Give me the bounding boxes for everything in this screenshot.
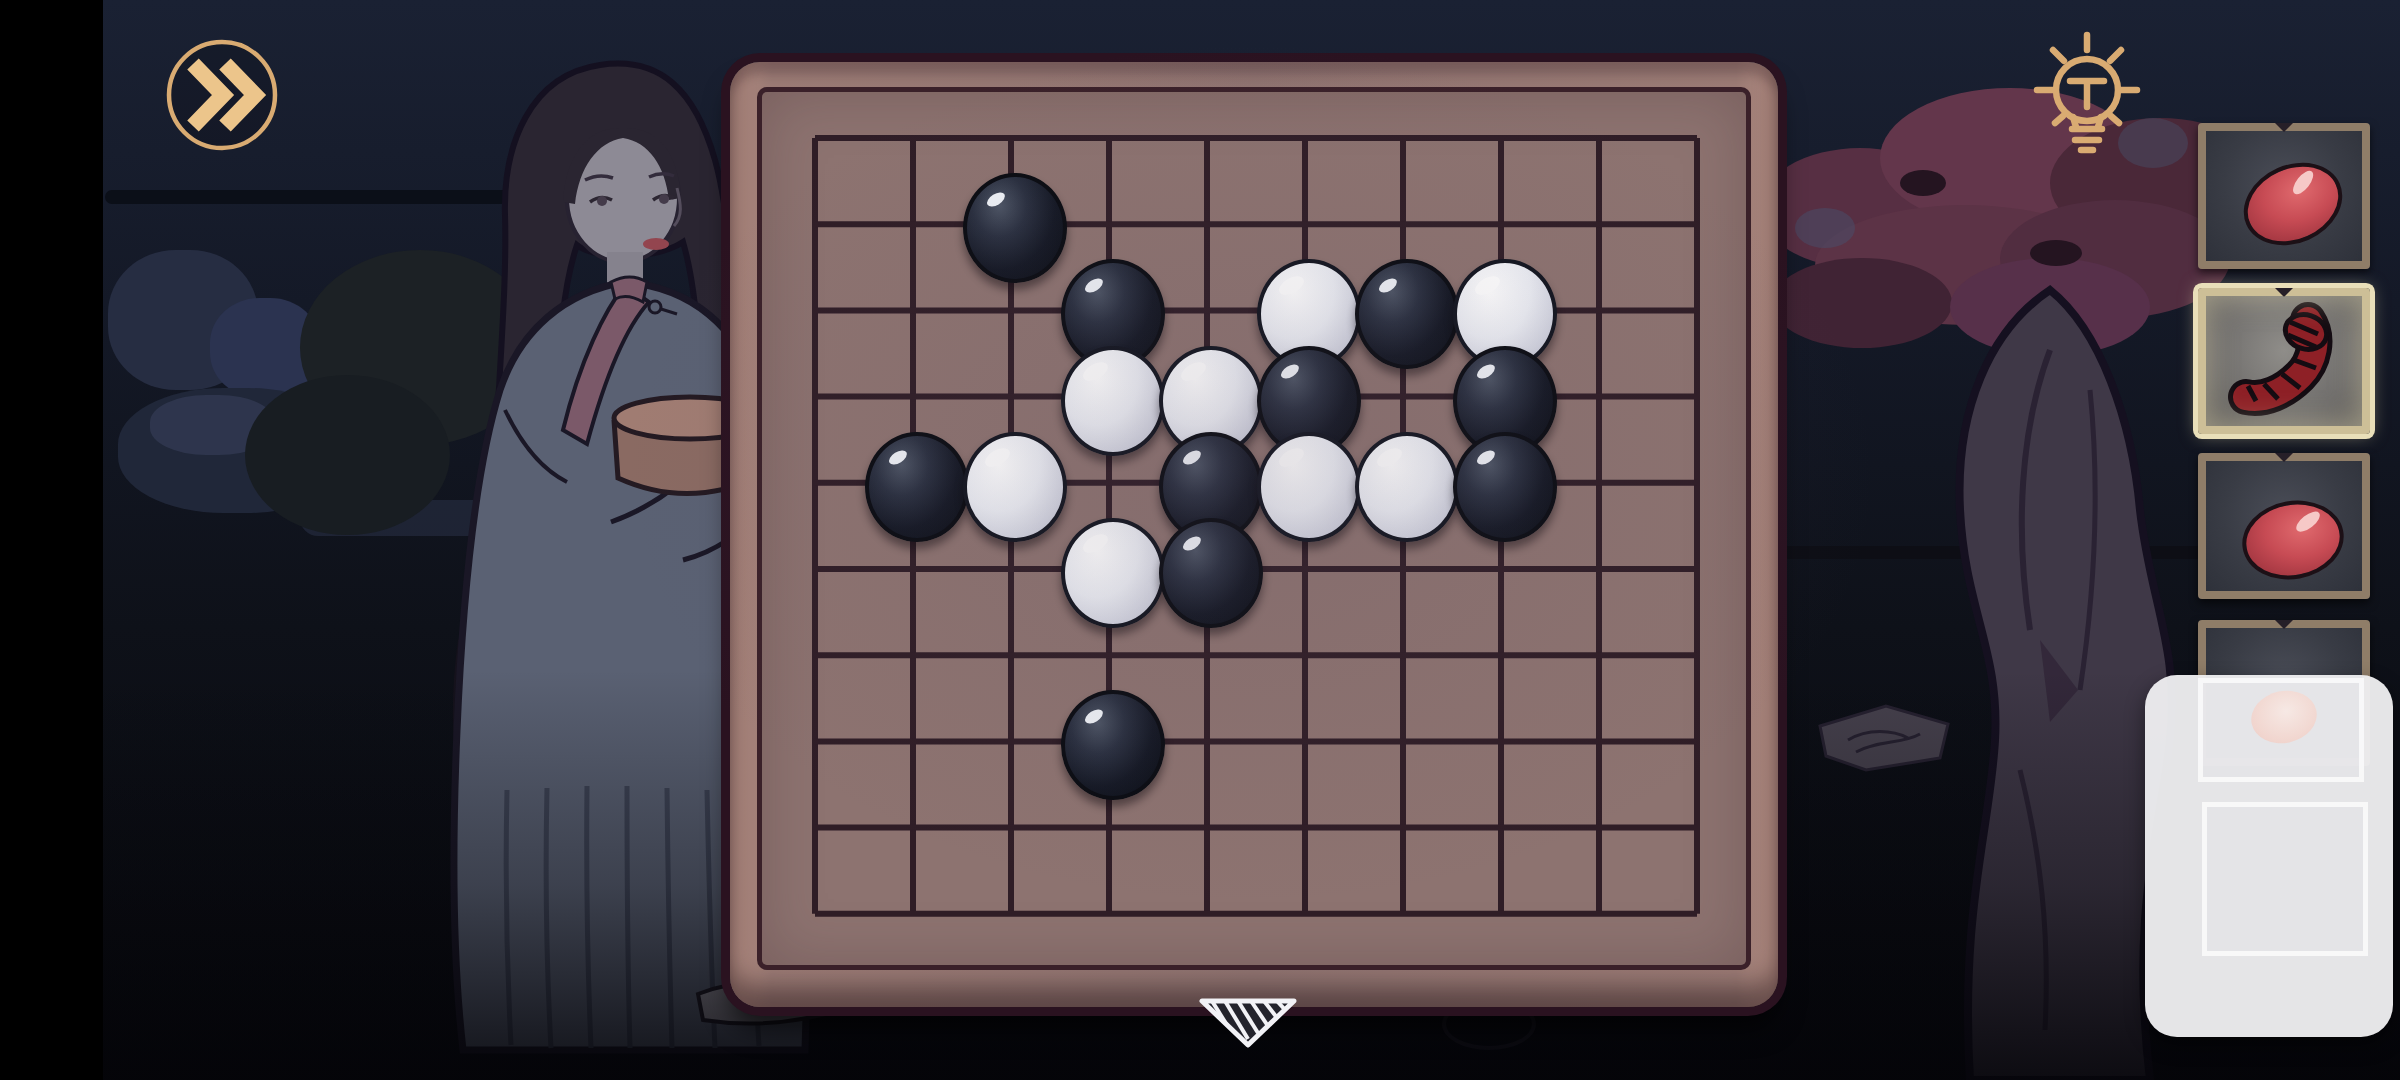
panel-slot-1[interactable] [2198,678,2364,782]
blossom-dark-spot [1900,170,1946,196]
left-letterbox-bar [0,0,103,1080]
black-stone [865,432,969,542]
black-stone [1159,518,1263,628]
black-stone [1355,259,1459,369]
black-stone [963,173,1067,283]
crumpled-paper [1808,700,1958,778]
eye-iris [659,194,669,204]
lips [643,238,669,250]
white-stone [1061,518,1165,628]
inventory-slot-3-red-egg[interactable] [2198,453,2370,599]
red-egg-item [2231,148,2356,261]
skip-button[interactable] [163,36,283,156]
eye-iris [597,196,607,206]
white-stone [1355,432,1459,542]
white-stone [1061,346,1165,456]
red-egg-item [2236,493,2350,588]
blossom-dark-spot [2030,240,2082,266]
hint-button[interactable] [2022,28,2152,168]
black-stone [1061,690,1165,800]
inventory-overlay-panel [2145,675,2393,1037]
inventory-slot-2-red-knotted-rope[interactable] [2198,288,2370,434]
black-stone [1453,432,1557,542]
blossom-gap [1795,208,1855,248]
white-stone [1257,432,1361,542]
board-handle-triangle[interactable] [1198,995,1298,1051]
panel-slot-2[interactable] [2202,802,2368,956]
game-screen [0,0,2400,1080]
pale-pink-egg-item [2246,685,2321,750]
red-knotted-rope-item [2220,302,2348,430]
white-stone [963,432,1067,542]
collar-stand [611,277,647,302]
inventory-slot-1-red-egg[interactable] [2198,123,2370,269]
go-board[interactable] [730,62,1778,1007]
lightbulb-hint-icon [2037,35,2137,150]
